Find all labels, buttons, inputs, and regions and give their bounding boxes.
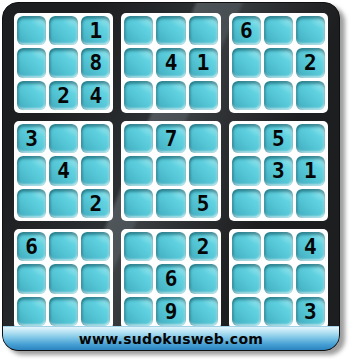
cell-r1c7[interactable]: 6 xyxy=(232,16,261,45)
cell-r7c5[interactable] xyxy=(156,232,185,261)
cell-r4c1[interactable]: 3 xyxy=(17,124,46,153)
cell-r6c7[interactable] xyxy=(232,189,261,218)
cell-r2c3[interactable]: 8 xyxy=(81,48,110,77)
given-digit: 3 xyxy=(25,129,38,150)
cell-r6c1[interactable] xyxy=(17,189,46,218)
cell-r1c9[interactable] xyxy=(296,16,325,45)
given-digit: 2 xyxy=(197,237,210,258)
cell-r1c8[interactable] xyxy=(264,16,293,45)
cell-r1c5[interactable] xyxy=(156,16,185,45)
box-7: 6 xyxy=(14,229,113,329)
sudoku-plaque: 1824416234275531626943 www.sudokusweb.co… xyxy=(2,2,340,351)
cell-r1c3[interactable]: 1 xyxy=(81,16,110,45)
given-digit: 2 xyxy=(57,86,70,107)
footer-bar: www.sudokusweb.com xyxy=(3,326,339,350)
cell-r6c3[interactable]: 2 xyxy=(81,189,110,218)
sudoku-board: 1824416234275531626943 xyxy=(14,13,328,329)
cell-r6c4[interactable] xyxy=(124,189,153,218)
cell-r3c7[interactable] xyxy=(232,81,261,110)
cell-r7c2[interactable] xyxy=(49,232,78,261)
cell-r8c7[interactable] xyxy=(232,264,261,293)
cell-r6c5[interactable] xyxy=(156,189,185,218)
cell-r7c1[interactable]: 6 xyxy=(17,232,46,261)
cell-r1c4[interactable] xyxy=(124,16,153,45)
cell-r4c4[interactable] xyxy=(124,124,153,153)
given-digit: 4 xyxy=(165,53,178,74)
sudoku-page: 1824416234275531626943 www.sudokusweb.co… xyxy=(0,0,350,360)
cell-r8c1[interactable] xyxy=(17,264,46,293)
cell-r4c6[interactable] xyxy=(189,124,218,153)
cell-r8c6[interactable] xyxy=(189,264,218,293)
cell-r2c1[interactable] xyxy=(17,48,46,77)
cell-r3c8[interactable] xyxy=(264,81,293,110)
given-digit: 5 xyxy=(272,129,285,150)
cell-r3c4[interactable] xyxy=(124,81,153,110)
cell-r3c5[interactable] xyxy=(156,81,185,110)
cell-r8c3[interactable] xyxy=(81,264,110,293)
cell-r6c2[interactable] xyxy=(49,189,78,218)
cell-r5c4[interactable] xyxy=(124,156,153,185)
given-digit: 9 xyxy=(165,302,178,323)
cell-r3c9[interactable] xyxy=(296,81,325,110)
box-9: 43 xyxy=(229,229,328,329)
cell-r3c3[interactable]: 4 xyxy=(81,81,110,110)
cell-r8c2[interactable] xyxy=(49,264,78,293)
cell-r8c8[interactable] xyxy=(264,264,293,293)
cell-r5c5[interactable] xyxy=(156,156,185,185)
cell-r7c4[interactable] xyxy=(124,232,153,261)
given-digit: 3 xyxy=(304,302,317,323)
cell-r2c5[interactable]: 4 xyxy=(156,48,185,77)
site-link[interactable]: www.sudokusweb.com xyxy=(79,331,263,347)
cell-r5c1[interactable] xyxy=(17,156,46,185)
box-1: 1824 xyxy=(14,13,113,113)
cell-r4c9[interactable] xyxy=(296,124,325,153)
cell-r9c3[interactable] xyxy=(81,297,110,326)
cell-r5c2[interactable]: 4 xyxy=(49,156,78,185)
box-5: 75 xyxy=(121,121,220,221)
cell-r5c9[interactable]: 1 xyxy=(296,156,325,185)
cell-r8c9[interactable] xyxy=(296,264,325,293)
cell-r7c3[interactable] xyxy=(81,232,110,261)
cell-r7c8[interactable] xyxy=(264,232,293,261)
cell-r9c4[interactable] xyxy=(124,297,153,326)
box-6: 531 xyxy=(229,121,328,221)
cell-r2c9[interactable]: 2 xyxy=(296,48,325,77)
cell-r4c3[interactable] xyxy=(81,124,110,153)
given-digit: 6 xyxy=(165,269,178,290)
cell-r2c7[interactable] xyxy=(232,48,261,77)
given-digit: 5 xyxy=(197,194,210,215)
cell-r7c6[interactable]: 2 xyxy=(189,232,218,261)
given-digit: 2 xyxy=(89,194,102,215)
given-digit: 1 xyxy=(89,21,102,42)
cell-r2c6[interactable]: 1 xyxy=(189,48,218,77)
given-digit: 1 xyxy=(197,53,210,74)
box-3: 62 xyxy=(229,13,328,113)
cell-r5c6[interactable] xyxy=(189,156,218,185)
cell-r9c5[interactable]: 9 xyxy=(156,297,185,326)
given-digit: 4 xyxy=(89,86,102,107)
box-2: 41 xyxy=(121,13,220,113)
box-4: 342 xyxy=(14,121,113,221)
cell-r7c7[interactable] xyxy=(232,232,261,261)
box-8: 269 xyxy=(121,229,220,329)
cell-r8c5[interactable]: 6 xyxy=(156,264,185,293)
given-digit: 4 xyxy=(304,237,317,258)
cell-r5c8[interactable]: 3 xyxy=(264,156,293,185)
cell-r1c1[interactable] xyxy=(17,16,46,45)
cell-r9c7[interactable] xyxy=(232,297,261,326)
cell-r2c2[interactable] xyxy=(49,48,78,77)
cell-r6c6[interactable]: 5 xyxy=(189,189,218,218)
cell-r2c8[interactable] xyxy=(264,48,293,77)
cell-r7c9[interactable]: 4 xyxy=(296,232,325,261)
given-digit: 1 xyxy=(304,161,317,182)
cell-r9c6[interactable] xyxy=(189,297,218,326)
given-digit: 2 xyxy=(304,53,317,74)
cell-r3c2[interactable]: 2 xyxy=(49,81,78,110)
given-digit: 7 xyxy=(165,129,178,150)
given-digit: 8 xyxy=(89,53,102,74)
cell-r5c3[interactable] xyxy=(81,156,110,185)
cell-r2c4[interactable] xyxy=(124,48,153,77)
cell-r3c6[interactable] xyxy=(189,81,218,110)
cell-r9c2[interactable] xyxy=(49,297,78,326)
cell-r1c2[interactable] xyxy=(49,16,78,45)
cell-r3c1[interactable] xyxy=(17,81,46,110)
given-digit: 4 xyxy=(57,161,70,182)
cell-r4c7[interactable] xyxy=(232,124,261,153)
given-digit: 6 xyxy=(240,21,253,42)
cell-r4c8[interactable]: 5 xyxy=(264,124,293,153)
given-digit: 3 xyxy=(272,161,285,182)
cell-r9c8[interactable] xyxy=(264,297,293,326)
given-digit: 6 xyxy=(25,237,38,258)
cell-r9c9[interactable]: 3 xyxy=(296,297,325,326)
cell-r4c2[interactable] xyxy=(49,124,78,153)
cell-r1c6[interactable] xyxy=(189,16,218,45)
cell-r5c7[interactable] xyxy=(232,156,261,185)
cell-r6c8[interactable] xyxy=(264,189,293,218)
cell-r9c1[interactable] xyxy=(17,297,46,326)
cell-r4c5[interactable]: 7 xyxy=(156,124,185,153)
cell-r8c4[interactable] xyxy=(124,264,153,293)
cell-r6c9[interactable] xyxy=(296,189,325,218)
